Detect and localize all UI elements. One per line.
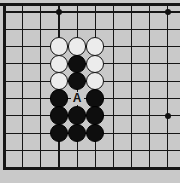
board-point xyxy=(159,142,177,159)
board-point xyxy=(32,3,50,20)
board-point xyxy=(68,55,86,72)
board-point xyxy=(50,72,68,89)
board-point xyxy=(0,142,14,159)
board-point xyxy=(50,38,68,55)
white-stone xyxy=(50,55,69,74)
board-point xyxy=(86,90,104,107)
board-point xyxy=(32,124,50,141)
board-point xyxy=(159,55,177,72)
board-point xyxy=(0,38,14,55)
board-point xyxy=(104,3,122,20)
board-point xyxy=(86,21,104,38)
board-point xyxy=(50,21,68,38)
board-point xyxy=(104,21,122,38)
board-point xyxy=(104,72,122,89)
board-point xyxy=(14,107,32,124)
board-point xyxy=(122,55,140,72)
board-point xyxy=(86,72,104,89)
board-point xyxy=(50,124,68,141)
board-point xyxy=(86,159,104,176)
board-point xyxy=(32,21,50,38)
board-point xyxy=(50,107,68,124)
board-point xyxy=(122,142,140,159)
board-point xyxy=(32,159,50,176)
board-point xyxy=(68,124,86,141)
board-point xyxy=(14,159,32,176)
hoshi-star-point xyxy=(165,9,171,15)
board-point xyxy=(14,3,32,20)
board-point xyxy=(141,107,159,124)
board-point xyxy=(14,21,32,38)
board-point xyxy=(14,124,32,141)
board-point xyxy=(50,55,68,72)
board-point xyxy=(122,124,140,141)
board-point xyxy=(141,159,159,176)
board-point xyxy=(32,38,50,55)
board-point xyxy=(68,159,86,176)
board-point xyxy=(32,107,50,124)
black-stone xyxy=(68,124,87,143)
board-point xyxy=(68,3,86,20)
white-stone xyxy=(50,37,69,56)
board-point xyxy=(141,55,159,72)
go-board: A xyxy=(0,3,177,176)
board-point xyxy=(50,159,68,176)
board-point xyxy=(86,107,104,124)
board-point xyxy=(159,107,177,124)
white-stone xyxy=(86,72,105,91)
board-point xyxy=(159,38,177,55)
board-point xyxy=(141,3,159,20)
board-point xyxy=(14,142,32,159)
black-stone xyxy=(86,89,105,108)
board-point xyxy=(141,124,159,141)
board-point xyxy=(122,38,140,55)
black-stone xyxy=(86,106,105,125)
white-stone xyxy=(50,72,69,91)
board-point xyxy=(0,72,14,89)
board-point xyxy=(122,72,140,89)
board-point xyxy=(122,107,140,124)
board-point xyxy=(14,72,32,89)
board-point xyxy=(32,55,50,72)
board-point xyxy=(50,90,68,107)
board-point xyxy=(122,21,140,38)
board-point xyxy=(68,38,86,55)
board-point xyxy=(14,90,32,107)
board-point xyxy=(159,124,177,141)
black-stone xyxy=(68,106,87,125)
board-point xyxy=(68,21,86,38)
board-point xyxy=(50,3,68,20)
hoshi-star-point xyxy=(165,113,171,119)
board-point xyxy=(68,72,86,89)
white-stone xyxy=(68,37,87,56)
white-stone xyxy=(86,55,105,74)
board-point xyxy=(32,142,50,159)
board-point xyxy=(0,124,14,141)
board-point xyxy=(159,159,177,176)
board-point xyxy=(86,55,104,72)
board-point xyxy=(141,72,159,89)
board-point xyxy=(104,90,122,107)
board-point xyxy=(141,21,159,38)
black-stone xyxy=(86,124,105,143)
board-point xyxy=(86,3,104,20)
board-point xyxy=(32,90,50,107)
board-point xyxy=(14,55,32,72)
board-point xyxy=(0,21,14,38)
board-point xyxy=(104,142,122,159)
point-label-a: A xyxy=(71,92,84,105)
board-point xyxy=(159,21,177,38)
board-point xyxy=(141,90,159,107)
board-point xyxy=(50,142,68,159)
board-point xyxy=(32,72,50,89)
board-point xyxy=(141,142,159,159)
board-point xyxy=(86,142,104,159)
board-point xyxy=(0,55,14,72)
board-point xyxy=(0,3,14,20)
board-point xyxy=(0,159,14,176)
go-diagram: A xyxy=(0,0,180,183)
board-point xyxy=(0,107,14,124)
board-point xyxy=(104,124,122,141)
board-point xyxy=(68,142,86,159)
hoshi-star-point xyxy=(56,9,62,15)
board-point xyxy=(0,90,14,107)
board-point xyxy=(122,3,140,20)
black-stone xyxy=(50,89,69,108)
board-point xyxy=(141,38,159,55)
board-point xyxy=(122,159,140,176)
board-point xyxy=(159,90,177,107)
black-stone xyxy=(50,124,69,143)
board-point xyxy=(159,72,177,89)
board-point xyxy=(86,38,104,55)
board-point xyxy=(86,124,104,141)
board-point xyxy=(104,107,122,124)
board-point xyxy=(14,38,32,55)
board-point xyxy=(159,3,177,20)
black-stone xyxy=(50,106,69,125)
board-point xyxy=(122,90,140,107)
black-stone xyxy=(68,55,87,74)
board-point xyxy=(104,55,122,72)
board-point xyxy=(104,38,122,55)
black-stone xyxy=(68,72,87,91)
board-point: A xyxy=(68,90,86,107)
board-point xyxy=(104,159,122,176)
white-stone xyxy=(86,37,105,56)
board-point xyxy=(68,107,86,124)
